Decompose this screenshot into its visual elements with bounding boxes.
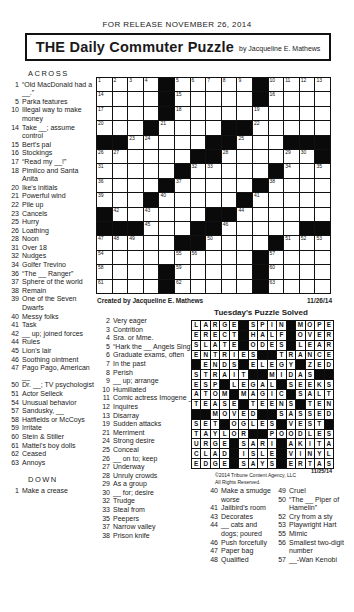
clue-item: 8Perish bbox=[97, 369, 197, 378]
grid-cell[interactable]: 10 bbox=[269, 78, 284, 91]
grid-cell[interactable]: 16 bbox=[269, 92, 284, 105]
grid-cell[interactable] bbox=[253, 208, 268, 221]
grid-cell[interactable] bbox=[113, 164, 128, 177]
grid-cell[interactable]: 38 bbox=[269, 179, 284, 192]
grid-cell[interactable] bbox=[315, 92, 330, 105]
grid-cell[interactable] bbox=[144, 251, 159, 264]
cell-letter: E bbox=[241, 411, 245, 417]
grid-cell: D bbox=[201, 459, 209, 468]
grid-cell[interactable] bbox=[206, 280, 221, 293]
clue-item: 36“The __ Ranger” bbox=[6, 270, 95, 279]
grid-cell[interactable] bbox=[175, 208, 190, 221]
grid-cell[interactable]: 3 bbox=[128, 78, 143, 91]
cell-letter: P bbox=[213, 382, 217, 388]
grid-cell[interactable]: 7 bbox=[206, 78, 221, 91]
clue-item: 1Make a crease bbox=[6, 487, 95, 496]
black-square bbox=[159, 78, 174, 91]
cell-number: 63 bbox=[270, 280, 276, 285]
grid-cell[interactable] bbox=[159, 222, 174, 235]
grid-cell[interactable]: 33 bbox=[206, 164, 221, 177]
cell-letter: M bbox=[298, 322, 303, 328]
grid-cell[interactable] bbox=[144, 280, 159, 293]
grid-cell[interactable] bbox=[269, 193, 284, 206]
grid-cell[interactable] bbox=[175, 136, 190, 149]
grid-cell[interactable] bbox=[284, 251, 299, 264]
cell-letter: E bbox=[270, 362, 274, 368]
black-square bbox=[159, 265, 174, 278]
grid-cell[interactable] bbox=[269, 208, 284, 221]
grid-cell[interactable] bbox=[300, 92, 315, 105]
clue-item: 26__ on to; keep bbox=[97, 455, 197, 464]
cell-letter: D bbox=[326, 411, 331, 417]
cell-number: 20 bbox=[98, 121, 104, 126]
cell-number: 56 bbox=[192, 251, 198, 256]
grid-cell[interactable] bbox=[284, 121, 299, 134]
grid-cell[interactable]: 40 bbox=[159, 193, 174, 206]
grid-cell[interactable]: 63 bbox=[269, 280, 284, 293]
grid-cell[interactable] bbox=[222, 92, 237, 105]
grid-cell[interactable]: 1 bbox=[97, 78, 112, 91]
grid-cell[interactable] bbox=[159, 150, 174, 163]
grid-cell: S bbox=[287, 380, 295, 389]
grid-cell: L bbox=[268, 380, 276, 389]
grid-cell[interactable] bbox=[315, 107, 330, 120]
grid-cell: L bbox=[220, 430, 228, 439]
grid-cell[interactable] bbox=[300, 251, 315, 264]
black-square bbox=[315, 222, 330, 235]
grid-cell[interactable] bbox=[222, 179, 237, 192]
grid-cell: A bbox=[249, 439, 257, 448]
grid-cell[interactable] bbox=[269, 136, 284, 149]
grid-cell[interactable] bbox=[128, 208, 143, 221]
grid-cell[interactable] bbox=[222, 236, 237, 249]
grid-cell[interactable]: 17 bbox=[97, 107, 112, 120]
black-square bbox=[191, 150, 206, 163]
grid-cell: D bbox=[220, 360, 228, 369]
grid-cell[interactable] bbox=[113, 179, 128, 192]
grid-cell[interactable]: 6 bbox=[191, 78, 206, 91]
grid-cell[interactable]: 48 bbox=[113, 236, 128, 249]
clue-item: 30__ for; desire bbox=[97, 489, 197, 498]
grid-cell[interactable] bbox=[300, 193, 315, 206]
grid-cell[interactable]: 34 bbox=[284, 164, 299, 177]
clue-text: Peepers bbox=[113, 515, 197, 524]
grid-cell: S bbox=[201, 380, 209, 389]
grid-cell[interactable] bbox=[144, 107, 159, 120]
grid-cell: O bbox=[296, 331, 304, 340]
grid-cell[interactable] bbox=[237, 222, 252, 235]
grid-cell[interactable] bbox=[253, 236, 268, 249]
cell-letter: F bbox=[279, 332, 283, 338]
grid-cell[interactable] bbox=[113, 193, 128, 206]
grid-cell: E bbox=[201, 400, 209, 409]
grid-cell[interactable] bbox=[253, 136, 268, 149]
down-clue-list-2: 2Very eager3Contrition4Sra. or Mme.5“Har… bbox=[97, 317, 197, 540]
down-clue-column-4: 49Cruel50“The __ Piper of Hamelin”52Cry … bbox=[273, 487, 351, 564]
grid-cell[interactable] bbox=[128, 121, 143, 134]
grid-cell[interactable] bbox=[128, 92, 143, 105]
cell-letter: P bbox=[260, 322, 264, 328]
clue-number: 49 bbox=[273, 487, 289, 496]
grid-cell[interactable] bbox=[128, 251, 143, 264]
grid-cell[interactable] bbox=[113, 265, 128, 278]
clue-number: 1 bbox=[6, 487, 22, 496]
grid-cell[interactable] bbox=[300, 107, 315, 120]
grid-cell[interactable] bbox=[253, 150, 268, 163]
cell-letter: G bbox=[241, 421, 246, 427]
grid-cell[interactable] bbox=[128, 280, 143, 293]
grid-cell[interactable] bbox=[284, 222, 299, 235]
grid-cell[interactable]: 11 bbox=[284, 78, 299, 91]
grid-cell[interactable]: 44 bbox=[237, 208, 252, 221]
grid-cell: V bbox=[230, 410, 238, 419]
clue-number: 40 bbox=[6, 313, 22, 322]
grid-cell[interactable] bbox=[206, 193, 221, 206]
cell-letter: E bbox=[213, 332, 217, 338]
grid-cell[interactable]: 15 bbox=[175, 92, 190, 105]
grid-cell[interactable]: 12 bbox=[300, 78, 315, 91]
clue-item: 40Make a smudge worse bbox=[205, 487, 272, 504]
grid-cell[interactable]: 47 bbox=[97, 236, 112, 249]
clue-item: 37Sphere of the world bbox=[6, 278, 95, 287]
clue-number: 28 bbox=[97, 472, 113, 481]
cell-letter: M bbox=[241, 391, 246, 397]
clue-item: 2Very eager bbox=[97, 317, 197, 326]
grid-cell[interactable] bbox=[222, 265, 237, 278]
grid-cell[interactable]: 39 bbox=[97, 193, 112, 206]
grid-cell[interactable] bbox=[191, 280, 206, 293]
grid-cell: T bbox=[277, 351, 285, 360]
grid-cell[interactable]: 13 bbox=[315, 78, 330, 91]
clue-number: 50 bbox=[273, 496, 289, 513]
grid-cell[interactable]: 28 bbox=[222, 150, 237, 163]
grid-cell[interactable] bbox=[300, 121, 315, 134]
clue-text: Make a smudge worse bbox=[221, 487, 272, 504]
grid-cell[interactable]: 52 bbox=[300, 236, 315, 249]
grid-cell[interactable] bbox=[284, 92, 299, 105]
grid-cell[interactable] bbox=[159, 236, 174, 249]
grid-cell[interactable] bbox=[222, 251, 237, 264]
grid-cell[interactable] bbox=[284, 193, 299, 206]
down-clue-column-3: 40Make a smudge worse41Jailbird's room43… bbox=[205, 487, 272, 564]
clue-item: 49Cruel bbox=[273, 487, 351, 496]
clue-item: 4Sra. or Mme. bbox=[97, 334, 197, 343]
cell-letter: S bbox=[241, 461, 245, 467]
cell-letter: T bbox=[204, 391, 208, 397]
grid-cell: T bbox=[239, 370, 247, 379]
grid-cell[interactable] bbox=[269, 150, 284, 163]
grid-cell[interactable] bbox=[206, 92, 221, 105]
grid-cell: D bbox=[220, 449, 228, 458]
grid-cell[interactable] bbox=[222, 193, 237, 206]
grid-cell[interactable] bbox=[284, 280, 299, 293]
cell-letter: A bbox=[317, 342, 322, 348]
grid-cell[interactable]: 24 bbox=[144, 136, 159, 149]
clue-text: Powerful wind bbox=[22, 192, 95, 201]
grid-cell[interactable] bbox=[300, 280, 315, 293]
cell-letter: T bbox=[242, 372, 246, 378]
grid-cell[interactable] bbox=[237, 179, 252, 192]
grid-cell[interactable]: 4 bbox=[144, 78, 159, 91]
grid-cell[interactable] bbox=[144, 236, 159, 249]
black-square bbox=[230, 449, 238, 458]
grid-cell[interactable]: 55 bbox=[175, 251, 190, 264]
grid-cell[interactable] bbox=[144, 179, 159, 192]
grid-cell[interactable] bbox=[159, 208, 174, 221]
cell-letter: O bbox=[298, 332, 303, 338]
grid-cell[interactable] bbox=[269, 121, 284, 134]
grid-cell[interactable] bbox=[222, 280, 237, 293]
grid-cell: E bbox=[249, 360, 257, 369]
clue-number: 46 bbox=[205, 539, 221, 548]
clue-text: Pile up bbox=[22, 201, 95, 210]
black-square bbox=[287, 390, 295, 399]
grid-cell[interactable]: 57 bbox=[269, 251, 284, 264]
cell-letter: T bbox=[204, 372, 208, 378]
clue-item: 26Loathing bbox=[6, 227, 95, 236]
grid-cell[interactable] bbox=[315, 179, 330, 192]
grid-cell[interactable] bbox=[269, 222, 284, 235]
grid-cell[interactable]: 35 bbox=[315, 164, 330, 177]
grid-cell[interactable]: 5 bbox=[175, 78, 190, 91]
grid-cell[interactable] bbox=[128, 179, 143, 192]
grid-cell[interactable]: 22 bbox=[253, 121, 268, 134]
grid-cell[interactable]: 8 bbox=[222, 78, 237, 91]
grid-cell[interactable]: 58 bbox=[97, 265, 112, 278]
cell-letter: A bbox=[251, 441, 256, 447]
grid-cell[interactable]: 27 bbox=[113, 150, 128, 163]
grid-cell[interactable]: 2 bbox=[113, 78, 128, 91]
cell-letter: S bbox=[194, 421, 198, 427]
grid-cell[interactable] bbox=[144, 92, 159, 105]
grid-cell[interactable] bbox=[315, 280, 330, 293]
grid-cell[interactable]: 50 bbox=[206, 236, 221, 249]
cell-letter: A bbox=[251, 461, 256, 467]
grid-cell[interactable] bbox=[144, 150, 159, 163]
cell-number: 1 bbox=[98, 78, 101, 83]
grid-cell[interactable]: 54 bbox=[97, 251, 112, 264]
grid-cell[interactable] bbox=[237, 107, 252, 120]
clue-item: 42__ up; joined forces bbox=[6, 330, 95, 339]
grid-cell[interactable]: 61 bbox=[97, 280, 112, 293]
grid-cell[interactable] bbox=[206, 121, 221, 134]
grid-cell[interactable]: 62 bbox=[175, 280, 190, 293]
cell-letter: T bbox=[194, 401, 198, 407]
cell-number: 52 bbox=[301, 236, 307, 241]
grid-cell[interactable] bbox=[159, 164, 174, 177]
grid-cell[interactable] bbox=[206, 107, 221, 120]
grid-cell[interactable]: 26 bbox=[97, 150, 112, 163]
grid-cell[interactable] bbox=[113, 251, 128, 264]
grid-cell[interactable] bbox=[191, 265, 206, 278]
grid-cell[interactable]: 20 bbox=[97, 121, 112, 134]
black-square bbox=[159, 92, 174, 105]
grid-cell[interactable]: 30 bbox=[300, 150, 315, 163]
grid-cell[interactable]: 45 bbox=[144, 222, 159, 235]
grid-cell: A bbox=[258, 331, 266, 340]
grid-cell: L bbox=[201, 449, 209, 458]
grid-cell[interactable]: 43 bbox=[144, 208, 159, 221]
clue-text: “Hark the __ Angels Sing” bbox=[113, 343, 197, 352]
grid-cell[interactable] bbox=[284, 107, 299, 120]
grid-cell[interactable] bbox=[128, 107, 143, 120]
grid-cell[interactable]: 60 bbox=[269, 265, 284, 278]
grid-cell[interactable] bbox=[222, 107, 237, 120]
grid-cell[interactable] bbox=[159, 136, 174, 149]
grid-cell[interactable] bbox=[206, 251, 221, 264]
grid-cell[interactable] bbox=[191, 193, 206, 206]
grid-cell[interactable] bbox=[269, 107, 284, 120]
grid-cell[interactable] bbox=[237, 251, 252, 264]
grid-cell[interactable] bbox=[191, 92, 206, 105]
grid-cell: T bbox=[325, 390, 333, 399]
grid-cell[interactable] bbox=[128, 265, 143, 278]
grid-cell: Y bbox=[287, 360, 295, 369]
grid-cell: T bbox=[211, 420, 219, 429]
clue-number: 27 bbox=[97, 463, 113, 472]
grid-cell: G bbox=[249, 380, 257, 389]
grid-cell[interactable] bbox=[300, 164, 315, 177]
grid-cell[interactable] bbox=[191, 121, 206, 134]
grid-cell: E bbox=[220, 439, 228, 448]
grid-cell: S bbox=[287, 400, 295, 409]
clue-item: 14Take __; assume control bbox=[6, 124, 95, 141]
grid-cell[interactable]: 9 bbox=[237, 78, 252, 91]
clue-item: 63Annoys bbox=[6, 459, 95, 468]
grid-cell[interactable] bbox=[237, 164, 252, 177]
grid-cell: R bbox=[258, 439, 266, 448]
grid-cell[interactable] bbox=[175, 193, 190, 206]
grid-cell[interactable]: 29 bbox=[284, 150, 299, 163]
grid-cell[interactable] bbox=[253, 222, 268, 235]
grid-cell[interactable]: 41 bbox=[253, 193, 268, 206]
grid-cell[interactable] bbox=[300, 265, 315, 278]
black-square bbox=[277, 439, 285, 448]
grid-cell: D bbox=[296, 430, 304, 439]
grid-cell[interactable] bbox=[159, 251, 174, 264]
black-square bbox=[325, 420, 333, 429]
grid-cell[interactable] bbox=[175, 222, 190, 235]
grid-cell[interactable] bbox=[128, 150, 143, 163]
cell-letter: A bbox=[260, 332, 265, 338]
grid-cell[interactable] bbox=[237, 236, 252, 249]
cell-letter: R bbox=[203, 441, 208, 447]
clue-text: Sphere of the world bbox=[22, 278, 95, 287]
clue-number: 3 bbox=[97, 326, 113, 335]
grid-cell[interactable]: 31 bbox=[97, 164, 112, 177]
grid-cell[interactable]: 18 bbox=[175, 107, 190, 120]
grid-cell[interactable]: 53 bbox=[315, 236, 330, 249]
clue-number: 44 bbox=[6, 338, 22, 347]
grid-cell[interactable] bbox=[222, 164, 237, 177]
grid-cell[interactable] bbox=[175, 150, 190, 163]
grid-cell: M bbox=[211, 410, 219, 419]
grid-cell[interactable] bbox=[237, 265, 252, 278]
grid-cell[interactable] bbox=[237, 280, 252, 293]
grid-cell[interactable] bbox=[315, 251, 330, 264]
grid-cell: T bbox=[201, 390, 209, 399]
grid-cell[interactable]: 36 bbox=[97, 179, 112, 192]
cell-letter: T bbox=[251, 401, 255, 407]
grid-cell[interactable] bbox=[113, 92, 128, 105]
grid-cell[interactable] bbox=[144, 265, 159, 278]
grid-cell[interactable]: 51 bbox=[284, 236, 299, 249]
grid-cell[interactable] bbox=[315, 265, 330, 278]
grid-cell[interactable]: 23 bbox=[128, 136, 143, 149]
cell-number: 58 bbox=[98, 265, 104, 270]
cell-letter: E bbox=[194, 461, 198, 467]
grid-cell[interactable] bbox=[191, 107, 206, 120]
grid-cell[interactable]: 25 bbox=[237, 136, 252, 149]
grid-cell[interactable]: 56 bbox=[191, 251, 206, 264]
grid-cell[interactable]: 49 bbox=[128, 236, 143, 249]
grid-cell[interactable] bbox=[284, 265, 299, 278]
clue-text: Inquires bbox=[113, 403, 197, 412]
grid-cell[interactable]: 21 bbox=[159, 121, 174, 134]
cell-letter: I bbox=[233, 372, 235, 378]
grid-cell[interactable] bbox=[144, 164, 159, 177]
grid-cell[interactable] bbox=[315, 193, 330, 206]
grid-cell[interactable] bbox=[253, 164, 268, 177]
grid-cell[interactable]: 32 bbox=[191, 164, 206, 177]
grid-cell[interactable] bbox=[191, 136, 206, 149]
grid-cell[interactable] bbox=[113, 107, 128, 120]
grid-cell[interactable] bbox=[191, 208, 206, 221]
grid-cell[interactable] bbox=[175, 121, 190, 134]
grid-cell[interactable] bbox=[128, 193, 143, 206]
cell-number: 10 bbox=[270, 78, 276, 83]
clue-text: Lion's lair bbox=[22, 347, 95, 356]
grid-cell[interactable] bbox=[300, 208, 315, 221]
cell-letter: N bbox=[203, 352, 208, 358]
grid-cell[interactable] bbox=[128, 164, 143, 177]
cell-number: 29 bbox=[285, 150, 291, 155]
grid-cell: I bbox=[268, 321, 276, 330]
grid-cell[interactable] bbox=[206, 179, 221, 192]
cell-letter: I bbox=[271, 391, 273, 397]
grid-cell: L bbox=[296, 341, 304, 350]
grid-cell[interactable] bbox=[206, 265, 221, 278]
grid-cell[interactable] bbox=[191, 179, 206, 192]
clue-item: 13Disarray bbox=[97, 412, 197, 421]
black-square bbox=[277, 420, 285, 429]
black-square bbox=[315, 370, 323, 379]
grid-cell[interactable] bbox=[113, 280, 128, 293]
grid-cell[interactable] bbox=[237, 92, 252, 105]
grid-cell[interactable]: 14 bbox=[97, 92, 112, 105]
clue-number: 30 bbox=[97, 489, 113, 498]
grid-cell[interactable] bbox=[315, 121, 330, 134]
cell-letter: D bbox=[251, 411, 256, 417]
grid-cell[interactable] bbox=[315, 208, 330, 221]
cell-letter: E bbox=[251, 362, 255, 368]
grid-cell[interactable] bbox=[113, 121, 128, 134]
black-square bbox=[296, 360, 304, 369]
grid-cell[interactable]: 42 bbox=[113, 208, 128, 221]
clue-text: Conceal bbox=[113, 446, 197, 455]
grid-cell[interactable]: 46 bbox=[222, 222, 237, 235]
grid-cell: V bbox=[287, 420, 295, 429]
grid-cell[interactable] bbox=[237, 150, 252, 163]
grid-cell[interactable]: 59 bbox=[175, 265, 190, 278]
grid-cell[interactable] bbox=[284, 179, 299, 192]
grid-cell[interactable]: 19 bbox=[253, 107, 268, 120]
grid-cell[interactable] bbox=[284, 208, 299, 221]
grid-cell[interactable]: 37 bbox=[175, 179, 190, 192]
cell-number: 33 bbox=[207, 164, 213, 169]
cell-letter: E bbox=[317, 362, 321, 368]
grid-cell[interactable] bbox=[300, 179, 315, 192]
